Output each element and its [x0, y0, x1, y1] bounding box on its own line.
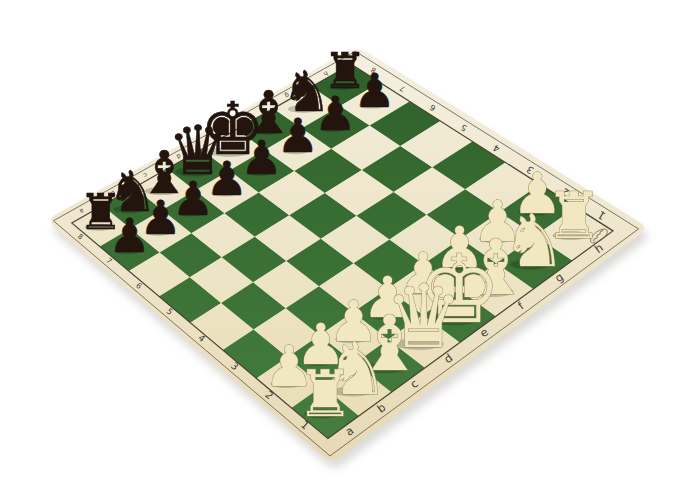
product-photo-stage: 1122334455667788aabbccddeeffgghh♜♟♞♟♝♟♚♛…: [0, 0, 692, 500]
piece-black-pawn-f7: ♟: [277, 108, 319, 163]
piece-white-rook-a1: ♜: [296, 357, 353, 431]
piece-black-pawn-h7: ♟: [353, 63, 395, 118]
chess-board-photo: 1122334455667788aabbccddeeffgghh♜♟♞♟♝♟♚♛…: [0, 0, 692, 500]
piece-black-pawn-a7: ♟: [108, 208, 150, 263]
piece-black-pawn-g7: ♟: [314, 86, 356, 141]
